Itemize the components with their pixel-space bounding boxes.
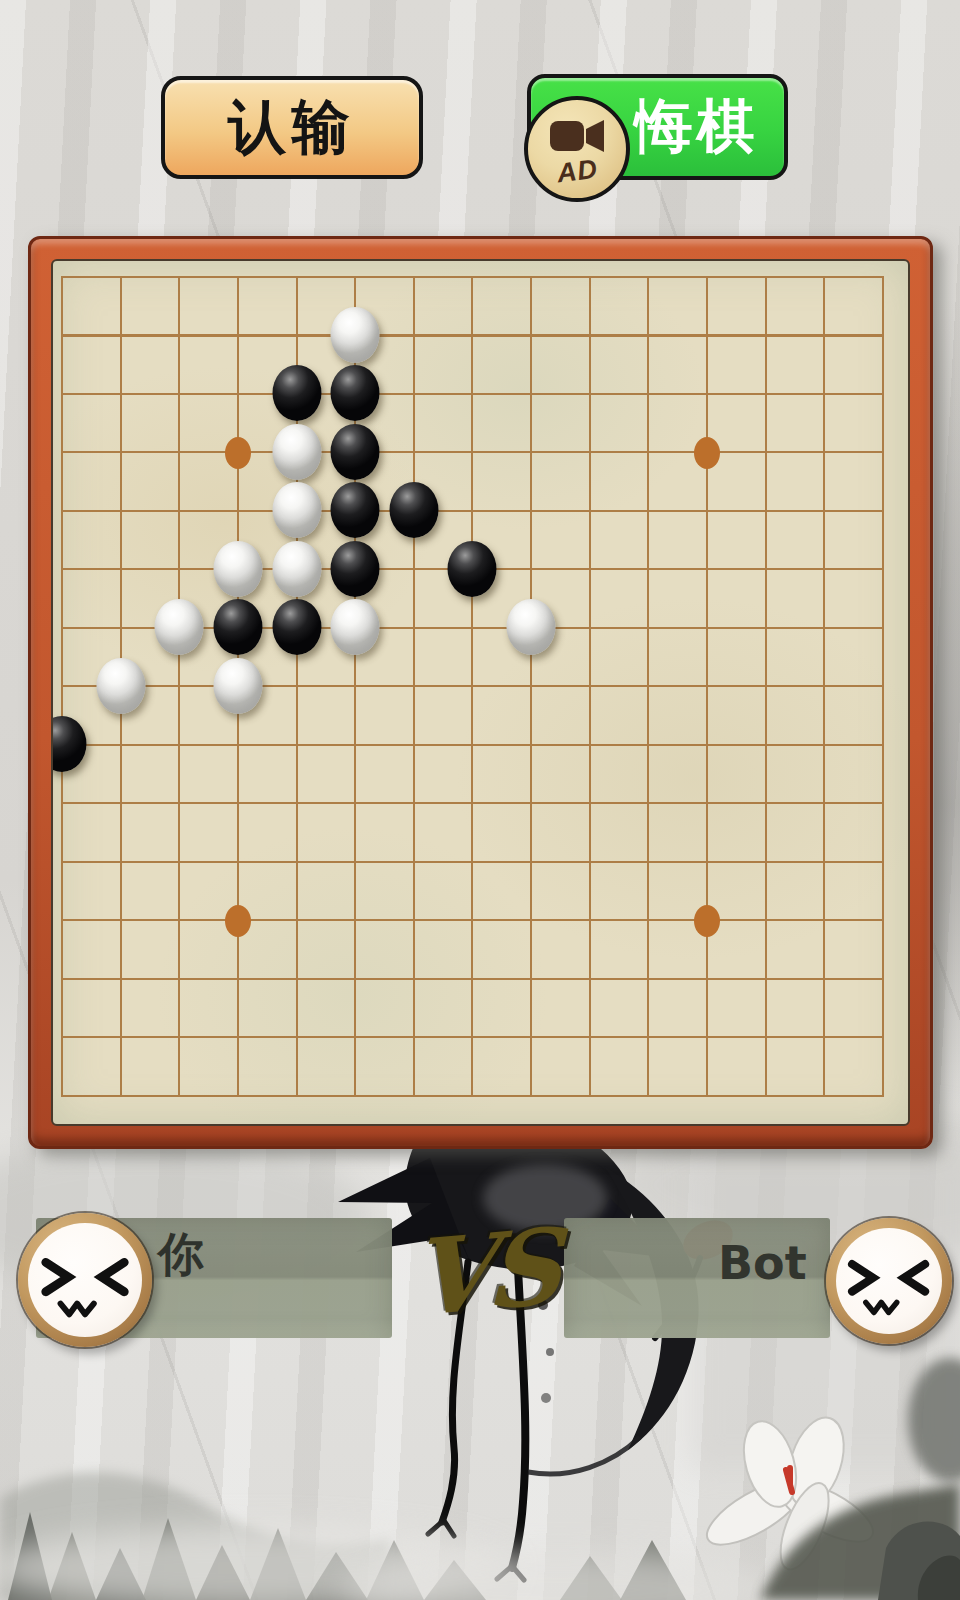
gomoku-game-screen: 认输 悔棋 AD 你 Bot VS bbox=[0, 0, 960, 1600]
star-point bbox=[225, 905, 251, 937]
stone-white bbox=[331, 306, 380, 362]
stone-white bbox=[272, 482, 321, 538]
right-edge-shadow bbox=[934, 300, 960, 1140]
ad-video-badge[interactable]: AD bbox=[524, 96, 630, 202]
stone-black bbox=[331, 423, 380, 479]
stone-black bbox=[331, 482, 380, 538]
star-point bbox=[694, 437, 720, 469]
stone-black bbox=[213, 599, 262, 655]
ad-badge-label: AD bbox=[555, 154, 599, 190]
stone-black bbox=[272, 599, 321, 655]
stone-white bbox=[272, 423, 321, 479]
star-point bbox=[225, 437, 251, 469]
video-camera-icon bbox=[546, 115, 608, 159]
stone-white bbox=[213, 540, 262, 596]
stone-black bbox=[331, 365, 380, 421]
player-name-bot: Bot bbox=[718, 1236, 807, 1290]
stone-white bbox=[272, 540, 321, 596]
avatar-bot[interactable] bbox=[826, 1218, 952, 1344]
resign-button[interactable]: 认输 bbox=[161, 76, 423, 179]
stone-white bbox=[213, 657, 262, 713]
avatar-you[interactable] bbox=[18, 1213, 152, 1347]
stone-black bbox=[448, 540, 497, 596]
stone-white bbox=[507, 599, 556, 655]
board-grid-lines bbox=[61, 276, 884, 1097]
lotus-flower bbox=[698, 1411, 881, 1576]
stone-white bbox=[96, 657, 145, 713]
rocks bbox=[760, 1358, 960, 1600]
stone-white bbox=[331, 599, 380, 655]
wincing-face-avatar-right bbox=[836, 1228, 942, 1334]
stone-black bbox=[272, 365, 321, 421]
gomoku-board[interactable] bbox=[51, 259, 910, 1126]
stone-white bbox=[155, 599, 204, 655]
wincing-face-avatar-left bbox=[28, 1223, 142, 1337]
player-name-you: 你 bbox=[158, 1224, 204, 1286]
stone-black bbox=[389, 482, 438, 538]
forest-silhouette bbox=[0, 1473, 780, 1600]
star-point bbox=[694, 905, 720, 937]
versus-label: VS bbox=[397, 1194, 569, 1350]
stone-black bbox=[331, 540, 380, 596]
board-frame bbox=[28, 236, 933, 1149]
